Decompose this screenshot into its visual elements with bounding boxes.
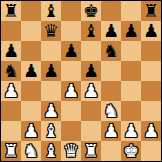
square-b3[interactable] — [21, 101, 41, 121]
square-c5[interactable]: ♟ — [41, 61, 61, 81]
piece-white-pawn[interactable]: ♟ — [123, 121, 139, 141]
square-a5[interactable]: ♞ — [1, 61, 21, 81]
square-f4[interactable] — [101, 81, 121, 101]
piece-black-pawn[interactable]: ♟ — [63, 41, 79, 61]
piece-white-pawn[interactable]: ♟ — [63, 81, 79, 101]
square-d4[interactable]: ♟ — [61, 81, 81, 101]
square-h6[interactable] — [141, 41, 161, 61]
piece-white-rook[interactable]: ♜ — [83, 141, 99, 161]
square-h3[interactable] — [141, 101, 161, 121]
square-h7[interactable]: ♟ — [141, 21, 161, 41]
chess-board: ♜♝♚♜♛♝♟♟♟♟♟♞♞♟♟♟♟♟♟♟♞♟♝♟♟♟♜♞♝♛♜♚ — [1, 1, 161, 161]
square-h5[interactable] — [141, 61, 161, 81]
piece-white-pawn[interactable]: ♟ — [143, 121, 159, 141]
piece-black-queen[interactable]: ♛ — [43, 21, 59, 41]
square-b4[interactable] — [21, 81, 41, 101]
piece-white-pawn[interactable]: ♟ — [83, 81, 99, 101]
square-b5[interactable]: ♟ — [21, 61, 41, 81]
square-a4[interactable]: ♟ — [1, 81, 21, 101]
piece-black-pawn[interactable]: ♟ — [123, 21, 139, 41]
piece-white-knight[interactable]: ♞ — [103, 101, 119, 121]
square-e6[interactable] — [81, 41, 101, 61]
square-e7[interactable]: ♝ — [81, 21, 101, 41]
square-g6[interactable] — [121, 41, 141, 61]
square-e1[interactable]: ♜ — [81, 141, 101, 161]
square-c7[interactable]: ♛ — [41, 21, 61, 41]
square-f1[interactable] — [101, 141, 121, 161]
square-h1[interactable] — [141, 141, 161, 161]
square-a1[interactable]: ♜ — [1, 141, 21, 161]
square-g4[interactable] — [121, 81, 141, 101]
square-e4[interactable]: ♟ — [81, 81, 101, 101]
piece-white-pawn[interactable]: ♟ — [43, 101, 59, 121]
piece-black-bishop[interactable]: ♝ — [43, 1, 59, 21]
square-h4[interactable] — [141, 81, 161, 101]
piece-white-queen[interactable]: ♛ — [63, 141, 79, 161]
square-g2[interactable]: ♟ — [121, 121, 141, 141]
piece-black-pawn[interactable]: ♟ — [23, 61, 39, 81]
square-e2[interactable] — [81, 121, 101, 141]
square-f8[interactable] — [101, 1, 121, 21]
piece-white-bishop[interactable]: ♝ — [43, 141, 59, 161]
piece-black-pawn[interactable]: ♟ — [103, 21, 119, 41]
square-c6[interactable] — [41, 41, 61, 61]
piece-white-bishop[interactable]: ♝ — [43, 121, 59, 141]
square-d3[interactable] — [61, 101, 81, 121]
piece-black-bishop[interactable]: ♝ — [83, 21, 99, 41]
square-f6[interactable]: ♞ — [101, 41, 121, 61]
piece-black-knight[interactable]: ♞ — [103, 41, 119, 61]
square-b6[interactable] — [21, 41, 41, 61]
square-f2[interactable]: ♟ — [101, 121, 121, 141]
square-d6[interactable]: ♟ — [61, 41, 81, 61]
piece-white-pawn[interactable]: ♟ — [103, 121, 119, 141]
square-a6[interactable]: ♟ — [1, 41, 21, 61]
square-b7[interactable] — [21, 21, 41, 41]
square-f7[interactable]: ♟ — [101, 21, 121, 41]
square-d1[interactable]: ♛ — [61, 141, 81, 161]
piece-black-knight[interactable]: ♞ — [3, 61, 19, 81]
square-g5[interactable] — [121, 61, 141, 81]
piece-black-king[interactable]: ♚ — [83, 1, 99, 21]
square-b2[interactable]: ♟ — [21, 121, 41, 141]
square-c8[interactable]: ♝ — [41, 1, 61, 21]
square-a8[interactable]: ♜ — [1, 1, 21, 21]
square-e5[interactable]: ♟ — [81, 61, 101, 81]
square-h2[interactable]: ♟ — [141, 121, 161, 141]
square-c3[interactable]: ♟ — [41, 101, 61, 121]
square-a3[interactable] — [1, 101, 21, 121]
square-h8[interactable]: ♜ — [141, 1, 161, 21]
square-e3[interactable] — [81, 101, 101, 121]
square-g3[interactable] — [121, 101, 141, 121]
piece-black-rook[interactable]: ♜ — [143, 1, 159, 21]
square-g7[interactable]: ♟ — [121, 21, 141, 41]
piece-white-knight[interactable]: ♞ — [23, 141, 39, 161]
square-d2[interactable] — [61, 121, 81, 141]
square-a2[interactable] — [1, 121, 21, 141]
piece-black-pawn[interactable]: ♟ — [143, 21, 159, 41]
piece-white-pawn[interactable]: ♟ — [23, 121, 39, 141]
square-f3[interactable]: ♞ — [101, 101, 121, 121]
square-c1[interactable]: ♝ — [41, 141, 61, 161]
piece-black-pawn[interactable]: ♟ — [83, 61, 99, 81]
piece-white-rook[interactable]: ♜ — [3, 141, 19, 161]
square-c4[interactable] — [41, 81, 61, 101]
square-e8[interactable]: ♚ — [81, 1, 101, 21]
piece-black-rook[interactable]: ♜ — [3, 1, 19, 21]
square-d5[interactable] — [61, 61, 81, 81]
piece-black-pawn[interactable]: ♟ — [3, 41, 19, 61]
square-g8[interactable] — [121, 1, 141, 21]
chess-board-frame: ♜♝♚♜♛♝♟♟♟♟♟♞♞♟♟♟♟♟♟♟♞♟♝♟♟♟♜♞♝♛♜♚ — [0, 0, 162, 162]
square-d8[interactable] — [61, 1, 81, 21]
square-c2[interactable]: ♝ — [41, 121, 61, 141]
square-f5[interactable] — [101, 61, 121, 81]
square-a7[interactable] — [1, 21, 21, 41]
square-d7[interactable] — [61, 21, 81, 41]
piece-white-king[interactable]: ♚ — [123, 141, 139, 161]
piece-black-pawn[interactable]: ♟ — [43, 61, 59, 81]
square-b8[interactable] — [21, 1, 41, 21]
square-b1[interactable]: ♞ — [21, 141, 41, 161]
square-g1[interactable]: ♚ — [121, 141, 141, 161]
piece-white-pawn[interactable]: ♟ — [3, 81, 19, 101]
